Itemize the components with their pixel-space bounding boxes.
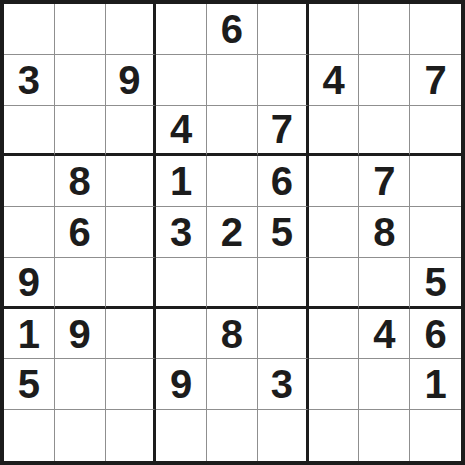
- cell-r3c6[interactable]: 7: [258, 106, 309, 157]
- cell-r2c3[interactable]: 9: [106, 55, 157, 106]
- cell-r6c4[interactable]: [156, 258, 207, 309]
- cell-r6c2[interactable]: [55, 258, 106, 309]
- cell-r8c7[interactable]: [309, 359, 360, 410]
- cell-r9c5[interactable]: [207, 410, 258, 461]
- cell-r6c1[interactable]: 9: [4, 258, 55, 309]
- cell-r6c8[interactable]: [359, 258, 410, 309]
- cell-r7c4[interactable]: [156, 309, 207, 360]
- cell-r1c6[interactable]: [258, 4, 309, 55]
- cell-r1c1[interactable]: [4, 4, 55, 55]
- cell-r4c9[interactable]: [410, 156, 461, 207]
- cell-r8c5[interactable]: [207, 359, 258, 410]
- cell-r9c2[interactable]: [55, 410, 106, 461]
- cell-r2c5[interactable]: [207, 55, 258, 106]
- cell-r5c1[interactable]: [4, 207, 55, 258]
- cell-r5c2[interactable]: 6: [55, 207, 106, 258]
- cell-r2c2[interactable]: [55, 55, 106, 106]
- cell-r1c5[interactable]: 6: [207, 4, 258, 55]
- cell-r5c3[interactable]: [106, 207, 157, 258]
- cell-r1c9[interactable]: [410, 4, 461, 55]
- cell-r4c8[interactable]: 7: [359, 156, 410, 207]
- cell-r5c6[interactable]: 5: [258, 207, 309, 258]
- cell-r6c6[interactable]: [258, 258, 309, 309]
- sudoku-board: 639474781676325895198465931: [0, 0, 465, 465]
- cell-r3c1[interactable]: [4, 106, 55, 157]
- cell-r6c3[interactable]: [106, 258, 157, 309]
- cell-r8c8[interactable]: [359, 359, 410, 410]
- cell-r5c7[interactable]: [309, 207, 360, 258]
- cell-r2c6[interactable]: [258, 55, 309, 106]
- cell-r7c9[interactable]: 6: [410, 309, 461, 360]
- cell-r2c4[interactable]: [156, 55, 207, 106]
- cell-r7c3[interactable]: [106, 309, 157, 360]
- cell-r8c9[interactable]: 1: [410, 359, 461, 410]
- cell-r4c1[interactable]: [4, 156, 55, 207]
- cell-r4c6[interactable]: 6: [258, 156, 309, 207]
- cell-r4c4[interactable]: 1: [156, 156, 207, 207]
- cell-r3c5[interactable]: [207, 106, 258, 157]
- cell-r7c7[interactable]: [309, 309, 360, 360]
- cell-r7c2[interactable]: 9: [55, 309, 106, 360]
- cell-r9c9[interactable]: [410, 410, 461, 461]
- cell-r9c4[interactable]: [156, 410, 207, 461]
- cell-r3c2[interactable]: [55, 106, 106, 157]
- cell-r1c4[interactable]: [156, 4, 207, 55]
- cell-r9c1[interactable]: [4, 410, 55, 461]
- cell-r5c9[interactable]: [410, 207, 461, 258]
- cell-r2c7[interactable]: 4: [309, 55, 360, 106]
- cell-r4c2[interactable]: 8: [55, 156, 106, 207]
- cell-r6c5[interactable]: [207, 258, 258, 309]
- cell-r4c5[interactable]: [207, 156, 258, 207]
- cell-r5c4[interactable]: 3: [156, 207, 207, 258]
- cell-r9c7[interactable]: [309, 410, 360, 461]
- cell-r9c6[interactable]: [258, 410, 309, 461]
- cell-r8c2[interactable]: [55, 359, 106, 410]
- cell-r3c3[interactable]: [106, 106, 157, 157]
- cell-r1c8[interactable]: [359, 4, 410, 55]
- cell-r7c1[interactable]: 1: [4, 309, 55, 360]
- cell-r8c6[interactable]: 3: [258, 359, 309, 410]
- cell-r2c1[interactable]: 3: [4, 55, 55, 106]
- cell-r4c7[interactable]: [309, 156, 360, 207]
- cell-r3c4[interactable]: 4: [156, 106, 207, 157]
- cell-r2c8[interactable]: [359, 55, 410, 106]
- cell-r2c9[interactable]: 7: [410, 55, 461, 106]
- cell-r3c8[interactable]: [359, 106, 410, 157]
- cell-r7c6[interactable]: [258, 309, 309, 360]
- cell-r7c8[interactable]: 4: [359, 309, 410, 360]
- cell-r4c3[interactable]: [106, 156, 157, 207]
- cell-r1c2[interactable]: [55, 4, 106, 55]
- cell-r8c1[interactable]: 5: [4, 359, 55, 410]
- cell-r1c3[interactable]: [106, 4, 157, 55]
- cell-r5c5[interactable]: 2: [207, 207, 258, 258]
- cell-r6c7[interactable]: [309, 258, 360, 309]
- cell-r9c3[interactable]: [106, 410, 157, 461]
- cell-r5c8[interactable]: 8: [359, 207, 410, 258]
- cell-r6c9[interactable]: 5: [410, 258, 461, 309]
- cell-r8c4[interactable]: 9: [156, 359, 207, 410]
- cell-r1c7[interactable]: [309, 4, 360, 55]
- cell-r9c8[interactable]: [359, 410, 410, 461]
- cell-r7c5[interactable]: 8: [207, 309, 258, 360]
- cell-r8c3[interactable]: [106, 359, 157, 410]
- cell-r3c7[interactable]: [309, 106, 360, 157]
- cell-r3c9[interactable]: [410, 106, 461, 157]
